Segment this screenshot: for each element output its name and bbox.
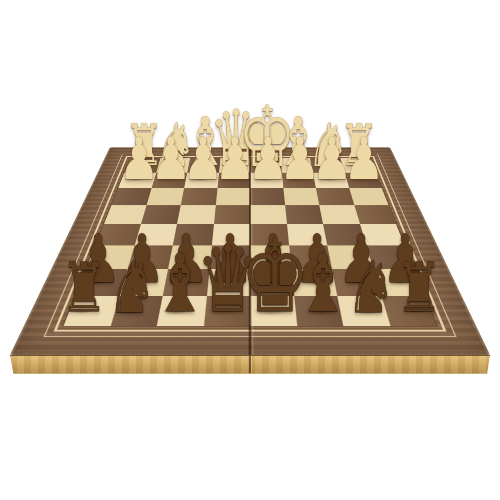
piece-dark-knight[interactable]: ♞ [346, 251, 396, 323]
piece-dark-knight[interactable]: ♞ [107, 251, 157, 323]
pieces-layer: ♜♞♝♛♚♝♞♜♟♟♟♟♟♟♟♟♟♟♟♟♟♟♟♟♜♞♝♛♚♝♞♜ [0, 0, 500, 500]
piece-dark-bishop[interactable]: ♝ [295, 244, 351, 324]
piece-dark-rook[interactable]: ♜ [395, 254, 443, 322]
hinge-seam-front [249, 356, 251, 373]
piece-dark-rook[interactable]: ♜ [61, 254, 109, 322]
piece-light-pawn[interactable]: ♟ [344, 130, 385, 188]
chess-set-photo: ♜♞♝♛♚♝♞♜♟♟♟♟♟♟♟♟♟♟♟♟♟♟♟♟♜♞♝♛♚♝♞♜ [0, 0, 500, 500]
board-front-edge [10, 355, 490, 375]
